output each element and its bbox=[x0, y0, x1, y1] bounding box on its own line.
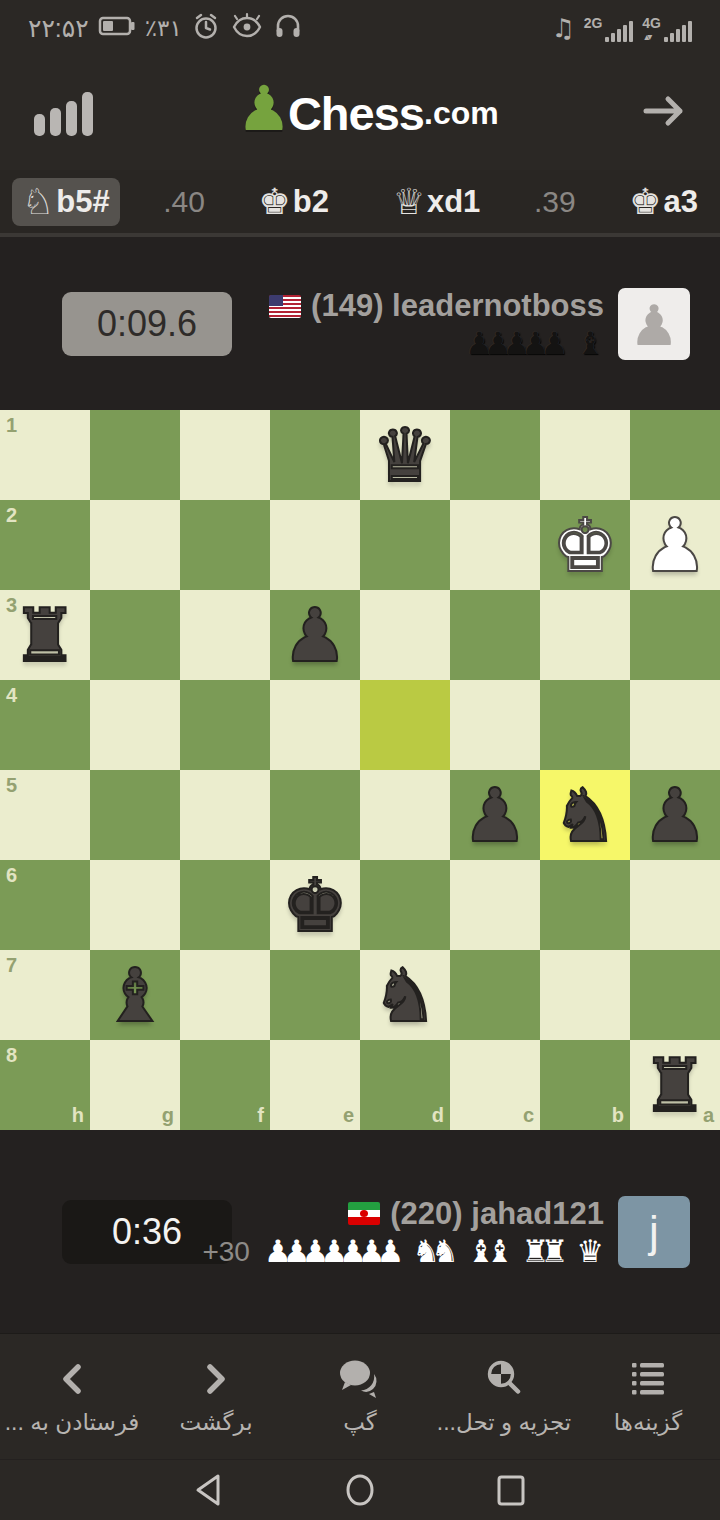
chat-button[interactable]: گپ bbox=[288, 1357, 432, 1436]
square-e4[interactable] bbox=[270, 680, 360, 770]
square-a1[interactable] bbox=[630, 410, 720, 500]
square-f8[interactable]: f bbox=[180, 1040, 270, 1130]
square-c8[interactable]: c bbox=[450, 1040, 540, 1130]
square-e6[interactable]: ♚ bbox=[270, 860, 360, 950]
us-flag-icon bbox=[269, 295, 301, 318]
chesscom-logo: ♟ Chess .com bbox=[236, 82, 498, 144]
rank-label-8: 8 bbox=[6, 1045, 17, 1065]
send-to-button[interactable]: فرستادن به ... bbox=[0, 1357, 144, 1436]
piece-black-king-e6[interactable]: ♚ bbox=[270, 860, 360, 950]
square-g6[interactable] bbox=[90, 860, 180, 950]
file-label-e: e bbox=[343, 1105, 354, 1125]
battery-icon bbox=[98, 12, 136, 44]
headphones-icon bbox=[273, 11, 303, 45]
analysis-button[interactable]: تجزیه و تحل... bbox=[432, 1357, 576, 1436]
piece-black-knight-d7[interactable]: ♞ bbox=[360, 950, 450, 1040]
captured-group: ♟♟♟♟♟♟♟ bbox=[264, 1236, 405, 1267]
figurine-icon: ♚ bbox=[629, 184, 661, 220]
square-d3[interactable] bbox=[360, 590, 450, 680]
rank-label-1: 1 bbox=[6, 415, 17, 435]
square-a5[interactable]: ♟ bbox=[630, 770, 720, 860]
music-note-icon: ♫ bbox=[551, 15, 574, 41]
piece-black-pawn-c5[interactable]: ♟ bbox=[450, 770, 540, 860]
square-f1[interactable] bbox=[180, 410, 270, 500]
piece-black-rook-a8[interactable]: ♜ bbox=[630, 1040, 720, 1130]
captured-group: ♛ bbox=[576, 1236, 604, 1267]
battery-percent: ٪۳۱ bbox=[145, 15, 182, 42]
figurine-icon: ♚ bbox=[259, 184, 291, 220]
square-a7[interactable] bbox=[630, 950, 720, 1040]
square-d7[interactable]: ♞ bbox=[360, 950, 450, 1040]
piece-black-queen-d1[interactable]: ♛ bbox=[360, 410, 450, 500]
chat-icon bbox=[336, 1357, 384, 1401]
alarm-icon bbox=[191, 11, 221, 45]
square-b6[interactable] bbox=[540, 860, 630, 950]
player-panel-bottom: 0:36 (220) jahad121 +30 ♟♟♟♟♟♟♟♞♞♝♝♜♜♛ j bbox=[0, 1130, 720, 1333]
nav-home-button[interactable] bbox=[342, 1470, 378, 1510]
chevron-left-icon bbox=[57, 1357, 87, 1401]
captured-pieces-black-side: ♟♟♟♟♟♟♟♞♞♝♝♜♜♛ bbox=[264, 1236, 604, 1267]
square-a8[interactable]: a♜ bbox=[630, 1040, 720, 1130]
square-e5[interactable] bbox=[270, 770, 360, 860]
network-4g: 4G ▴▾ bbox=[642, 15, 692, 42]
square-g4[interactable] bbox=[90, 680, 180, 770]
square-c2[interactable] bbox=[450, 500, 540, 590]
data-arrows-icon: ▴▾ bbox=[644, 31, 650, 42]
captured-group: ♝♝ bbox=[467, 1236, 514, 1267]
file-label-f: f bbox=[257, 1105, 264, 1125]
piece-black-knight-b5[interactable]: ♞ bbox=[540, 770, 630, 860]
square-b3[interactable] bbox=[540, 590, 630, 680]
eye-icon bbox=[230, 11, 264, 45]
square-d8[interactable]: d bbox=[360, 1040, 450, 1130]
square-h6[interactable]: 6 bbox=[0, 860, 90, 950]
avatar-bottom[interactable]: j bbox=[618, 1196, 690, 1268]
rank-label-5: 5 bbox=[6, 775, 17, 795]
square-g7[interactable]: ♝ bbox=[90, 950, 180, 1040]
square-h8[interactable]: 8h bbox=[0, 1040, 90, 1130]
move-san: b5# bbox=[56, 184, 109, 220]
file-label-c: c bbox=[523, 1105, 534, 1125]
square-e7[interactable] bbox=[270, 950, 360, 1040]
android-navbar bbox=[0, 1459, 720, 1520]
signal-bars-icon bbox=[605, 21, 633, 42]
square-h3[interactable]: 3♜ bbox=[0, 590, 90, 680]
square-h7[interactable]: 7 bbox=[0, 950, 90, 1040]
square-b8[interactable]: b bbox=[540, 1040, 630, 1130]
file-label-h: h bbox=[72, 1105, 84, 1125]
square-g5[interactable] bbox=[90, 770, 180, 860]
chevron-right-icon bbox=[201, 1357, 231, 1401]
square-f3[interactable] bbox=[180, 590, 270, 680]
move-b5#[interactable]: ♘b5# bbox=[12, 178, 120, 226]
app-header: ♟ Chess .com bbox=[0, 56, 720, 170]
square-f2[interactable] bbox=[180, 500, 270, 590]
move-san: b2 bbox=[293, 184, 329, 220]
square-f4[interactable] bbox=[180, 680, 270, 770]
signal-bars-icon bbox=[664, 21, 692, 42]
player-name-bottom[interactable]: (220) jahad121 bbox=[390, 1196, 604, 1232]
status-bar: ۲۲:۵۲ ٪۳۱ ♫ 2G 4G ▴▾ bbox=[0, 0, 720, 56]
player-name-top[interactable]: (149) leadernotboss bbox=[311, 288, 604, 324]
square-b7[interactable] bbox=[540, 950, 630, 1040]
square-a2[interactable]: ♟ bbox=[630, 500, 720, 590]
options-button[interactable]: گزینه‌ها bbox=[576, 1357, 720, 1436]
rank-label-7: 7 bbox=[6, 955, 17, 975]
back-move-button[interactable]: برگشت bbox=[144, 1357, 288, 1436]
iran-flag-icon bbox=[348, 1202, 380, 1225]
square-c6[interactable] bbox=[450, 860, 540, 950]
game-toolbar: فرستادن به ... برگشت گپ تجزیه و تحل... گ… bbox=[0, 1333, 720, 1459]
rank-label-6: 6 bbox=[6, 865, 17, 885]
square-c5[interactable]: ♟ bbox=[450, 770, 540, 860]
nav-recents-button[interactable] bbox=[494, 1470, 528, 1510]
move-b2[interactable]: ♚b2 bbox=[249, 178, 339, 226]
nav-back-button[interactable] bbox=[192, 1470, 226, 1510]
piece-black-pawn-e3[interactable]: ♟ bbox=[270, 590, 360, 680]
square-c3[interactable] bbox=[450, 590, 540, 680]
captured-group: ♜♜ bbox=[522, 1236, 569, 1267]
square-h1[interactable]: 1 bbox=[0, 410, 90, 500]
square-d4[interactable] bbox=[360, 680, 450, 770]
square-d6[interactable] bbox=[360, 860, 450, 950]
square-h5[interactable]: 5 bbox=[0, 770, 90, 860]
square-c4[interactable] bbox=[450, 680, 540, 770]
piece-white-pawn-a2[interactable]: ♟ bbox=[630, 500, 720, 590]
square-e1[interactable] bbox=[270, 410, 360, 500]
clock-time: ۲۲:۵۲ bbox=[28, 14, 89, 43]
square-b4[interactable] bbox=[540, 680, 630, 770]
square-g1[interactable] bbox=[90, 410, 180, 500]
figurine-icon: ♘ bbox=[22, 184, 54, 220]
piece-black-bishop-g7[interactable]: ♝ bbox=[90, 950, 180, 1040]
file-label-g: g bbox=[162, 1105, 174, 1125]
captured-group: ♞♞ bbox=[412, 1236, 459, 1267]
move-san: a3 bbox=[663, 184, 697, 220]
logo-domain-text: .com bbox=[424, 95, 499, 132]
move-a3[interactable]: ♚a3 bbox=[619, 178, 708, 226]
material-score: +30 bbox=[202, 1236, 250, 1268]
rank-label-4: 4 bbox=[6, 685, 17, 705]
square-b5[interactable]: ♞ bbox=[540, 770, 630, 860]
captured-group: ♝ bbox=[576, 328, 604, 359]
piece-black-rook-h3[interactable]: ♜ bbox=[0, 590, 90, 680]
network-2g: 2G bbox=[584, 15, 634, 42]
square-f7[interactable] bbox=[180, 950, 270, 1040]
stats-bars-icon[interactable] bbox=[34, 90, 93, 136]
file-label-d: d bbox=[432, 1105, 444, 1125]
square-g3[interactable] bbox=[90, 590, 180, 680]
logo-brand-text: Chess bbox=[288, 86, 424, 141]
square-e3[interactable]: ♟ bbox=[270, 590, 360, 680]
piece-black-pawn-a5[interactable]: ♟ bbox=[630, 770, 720, 860]
square-d1[interactable]: ♛ bbox=[360, 410, 450, 500]
captured-group: ♟♟♟♟♟ bbox=[465, 328, 568, 359]
square-c1[interactable] bbox=[450, 410, 540, 500]
move-xd1[interactable]: ♕xd1 bbox=[383, 178, 491, 226]
square-b1[interactable] bbox=[540, 410, 630, 500]
rank-label-2: 2 bbox=[6, 505, 17, 525]
forward-arrow-icon[interactable] bbox=[642, 94, 686, 132]
file-label-b: b bbox=[612, 1105, 624, 1125]
options-list-icon bbox=[628, 1357, 668, 1401]
chess-board[interactable]: 1♛2♚♟3♜♟45♟♞♟6♚7♝♞8hgfedcba♜ bbox=[0, 410, 720, 1130]
clock-white: 0:09.6 bbox=[62, 292, 232, 356]
move-san: xd1 bbox=[427, 184, 480, 220]
square-h2[interactable]: 2 bbox=[0, 500, 90, 590]
square-a6[interactable] bbox=[630, 860, 720, 950]
analysis-icon bbox=[484, 1357, 524, 1401]
move-list: ♘b5#.40♚b2♕xd1.39♚a3 bbox=[0, 170, 720, 233]
move-number: .40 bbox=[163, 185, 205, 219]
square-f5[interactable] bbox=[180, 770, 270, 860]
avatar-pawn-icon: ♟ bbox=[629, 298, 679, 354]
avatar-top[interactable]: ♟ bbox=[618, 288, 690, 360]
logo-pawn-icon: ♟ bbox=[236, 78, 292, 140]
player-panel-top: 0:09.6 (149) leadernotboss ♟♟♟♟♟♝ ♟ bbox=[0, 237, 720, 410]
square-e8[interactable]: e bbox=[270, 1040, 360, 1130]
square-a4[interactable] bbox=[630, 680, 720, 770]
figurine-icon: ♕ bbox=[393, 184, 425, 220]
square-h4[interactable]: 4 bbox=[0, 680, 90, 770]
square-e2[interactable] bbox=[270, 500, 360, 590]
square-a3[interactable] bbox=[630, 590, 720, 680]
square-d2[interactable] bbox=[360, 500, 450, 590]
move-number: .39 bbox=[534, 185, 576, 219]
square-g2[interactable] bbox=[90, 500, 180, 590]
square-b2[interactable]: ♚ bbox=[540, 500, 630, 590]
piece-white-king-b2[interactable]: ♚ bbox=[540, 500, 630, 590]
square-f6[interactable] bbox=[180, 860, 270, 950]
square-c7[interactable] bbox=[450, 950, 540, 1040]
square-d5[interactable] bbox=[360, 770, 450, 860]
captured-pieces-white-side: ♟♟♟♟♟♝ bbox=[465, 328, 604, 359]
square-g8[interactable]: g bbox=[90, 1040, 180, 1130]
